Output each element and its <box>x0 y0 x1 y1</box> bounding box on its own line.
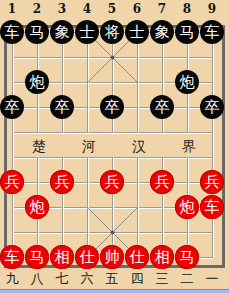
bottom-file-label-4: 六 <box>77 271 97 286</box>
piece-red-horse[interactable]: 马 <box>175 245 199 269</box>
piece-red-soldier[interactable]: 兵 <box>100 170 124 194</box>
bottom-file-label-9: 一 <box>202 271 222 286</box>
piece-red-soldier[interactable]: 兵 <box>150 170 174 194</box>
piece-black-soldier[interactable]: 卒 <box>200 95 224 119</box>
piece-black-elephant[interactable]: 象 <box>50 20 74 44</box>
bottom-file-label-6: 四 <box>127 271 147 286</box>
piece-red-rook[interactable]: 车 <box>200 195 224 219</box>
piece-black-rook[interactable]: 车 <box>200 20 224 44</box>
piece-black-soldier[interactable]: 卒 <box>150 95 174 119</box>
piece-black-soldier[interactable]: 卒 <box>100 95 124 119</box>
piece-red-rook[interactable]: 车 <box>0 245 24 269</box>
bottom-file-label-2: 八 <box>27 271 47 286</box>
piece-black-rook[interactable]: 车 <box>0 20 24 44</box>
piece-black-cannon[interactable]: 炮 <box>25 70 49 94</box>
bottom-file-label-5: 五 <box>102 271 122 286</box>
xiangqi-board: 123456789九八七六五四三二一楚河汉界车马象士将士象马车炮炮卒卒卒卒卒兵兵… <box>0 0 229 293</box>
piece-red-cannon[interactable]: 炮 <box>25 195 49 219</box>
piece-red-soldier[interactable]: 兵 <box>200 170 224 194</box>
piece-black-advisor[interactable]: 士 <box>125 20 149 44</box>
piece-black-horse[interactable]: 马 <box>175 20 199 44</box>
piece-red-cannon[interactable]: 炮 <box>175 195 199 219</box>
piece-black-cannon[interactable]: 炮 <box>175 70 199 94</box>
river-label-char-1: 楚 <box>29 138 49 154</box>
river-label-char-3: 汉 <box>129 138 149 154</box>
palace-center-dot <box>111 231 115 235</box>
bottom-window-stripe <box>0 289 229 293</box>
top-file-label-2: 2 <box>27 2 47 16</box>
bottom-file-label-1: 九 <box>2 271 22 286</box>
piece-red-soldier[interactable]: 兵 <box>50 170 74 194</box>
piece-black-advisor[interactable]: 士 <box>75 20 99 44</box>
river-label-char-4: 界 <box>179 138 199 154</box>
piece-black-soldier[interactable]: 卒 <box>0 95 24 119</box>
top-file-label-1: 1 <box>2 2 22 16</box>
bottom-file-label-7: 三 <box>152 271 172 286</box>
piece-black-elephant[interactable]: 象 <box>150 20 174 44</box>
top-file-label-9: 9 <box>202 2 222 16</box>
top-file-label-7: 7 <box>152 2 172 16</box>
piece-black-horse[interactable]: 马 <box>25 20 49 44</box>
palace-center-dot <box>111 56 115 60</box>
piece-red-elephant[interactable]: 相 <box>150 245 174 269</box>
piece-red-general[interactable]: 帅 <box>100 245 124 269</box>
piece-red-horse[interactable]: 马 <box>25 245 49 269</box>
river-label-char-2: 河 <box>79 138 99 154</box>
top-file-label-4: 4 <box>77 2 97 16</box>
bottom-file-label-3: 七 <box>52 271 72 286</box>
top-file-label-3: 3 <box>52 2 72 16</box>
bottom-file-label-8: 二 <box>177 271 197 286</box>
top-file-label-5: 5 <box>102 2 122 16</box>
piece-black-soldier[interactable]: 卒 <box>50 95 74 119</box>
piece-red-soldier[interactable]: 兵 <box>0 170 24 194</box>
top-file-label-8: 8 <box>177 2 197 16</box>
piece-red-advisor[interactable]: 仕 <box>75 245 99 269</box>
top-file-label-6: 6 <box>127 2 147 16</box>
piece-red-elephant[interactable]: 相 <box>50 245 74 269</box>
piece-red-advisor[interactable]: 仕 <box>125 245 149 269</box>
piece-black-general[interactable]: 将 <box>100 20 124 44</box>
